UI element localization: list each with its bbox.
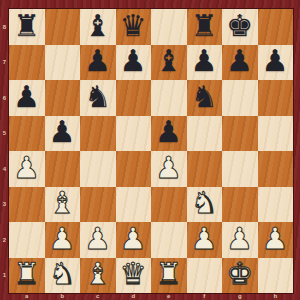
square-e4[interactable]: ♟ <box>151 151 187 187</box>
square-g6[interactable] <box>222 80 258 116</box>
square-d8[interactable]: ♛ <box>116 9 152 45</box>
white-pawn-piece: ♟ <box>262 224 289 254</box>
square-b5[interactable]: ♟ <box>45 116 81 152</box>
black-rook-piece: ♜ <box>13 11 40 41</box>
black-bishop-piece: ♝ <box>155 46 182 76</box>
square-e6[interactable] <box>151 80 187 116</box>
square-b7[interactable] <box>45 45 81 81</box>
square-a8[interactable]: ♜ <box>9 9 45 45</box>
black-pawn-piece: ♟ <box>226 46 253 76</box>
square-a2[interactable] <box>9 222 45 258</box>
square-f3[interactable]: ♞ <box>187 187 223 223</box>
square-d5[interactable] <box>116 116 152 152</box>
square-f2[interactable]: ♟ <box>187 222 223 258</box>
square-g1[interactable]: ♚ <box>222 258 258 294</box>
black-knight-piece: ♞ <box>191 82 218 112</box>
square-c7[interactable]: ♟ <box>80 45 116 81</box>
black-queen-piece: ♛ <box>120 11 147 41</box>
square-a6[interactable]: ♟ <box>9 80 45 116</box>
square-c5[interactable] <box>80 116 116 152</box>
chess-board-frame: ♜♝♛♜♚♟♟♝♟♟♟♟♞♞♟♟♟♟♝♞♟♟♟♟♟♟♜♞♝♛♜♚ 8765432… <box>0 0 300 300</box>
white-queen-piece: ♛ <box>120 259 147 289</box>
square-g7[interactable]: ♟ <box>222 45 258 81</box>
file-label-g: g <box>222 292 258 300</box>
white-knight-piece: ♞ <box>49 259 76 289</box>
square-e7[interactable]: ♝ <box>151 45 187 81</box>
square-a5[interactable] <box>9 116 45 152</box>
white-pawn-piece: ♟ <box>84 224 111 254</box>
square-c2[interactable]: ♟ <box>80 222 116 258</box>
square-e2[interactable] <box>151 222 187 258</box>
square-c6[interactable]: ♞ <box>80 80 116 116</box>
square-d7[interactable]: ♟ <box>116 45 152 81</box>
rank-label-4: 4 <box>0 151 9 187</box>
file-label-c: c <box>80 292 116 300</box>
square-e1[interactable]: ♜ <box>151 258 187 294</box>
square-b6[interactable] <box>45 80 81 116</box>
file-label-e: e <box>151 292 187 300</box>
square-e5[interactable]: ♟ <box>151 116 187 152</box>
square-f6[interactable]: ♞ <box>187 80 223 116</box>
square-f4[interactable] <box>187 151 223 187</box>
square-h2[interactable]: ♟ <box>258 222 294 258</box>
square-h3[interactable] <box>258 187 294 223</box>
square-d6[interactable] <box>116 80 152 116</box>
white-pawn-piece: ♟ <box>120 224 147 254</box>
square-g3[interactable] <box>222 187 258 223</box>
white-knight-piece: ♞ <box>191 188 218 218</box>
white-king-piece: ♚ <box>226 259 253 289</box>
square-f5[interactable] <box>187 116 223 152</box>
square-e8[interactable] <box>151 9 187 45</box>
black-pawn-piece: ♟ <box>262 46 289 76</box>
square-f8[interactable]: ♜ <box>187 9 223 45</box>
square-e3[interactable] <box>151 187 187 223</box>
chess-board: ♜♝♛♜♚♟♟♝♟♟♟♟♞♞♟♟♟♟♝♞♟♟♟♟♟♟♜♞♝♛♜♚ <box>9 9 293 293</box>
rank-label-2: 2 <box>0 222 9 258</box>
square-c8[interactable]: ♝ <box>80 9 116 45</box>
square-h6[interactable] <box>258 80 294 116</box>
square-b8[interactable] <box>45 9 81 45</box>
square-a1[interactable]: ♜ <box>9 258 45 294</box>
black-bishop-piece: ♝ <box>84 11 111 41</box>
white-bishop-piece: ♝ <box>84 259 111 289</box>
black-pawn-piece: ♟ <box>49 117 76 147</box>
file-label-d: d <box>116 292 152 300</box>
rank-label-6: 6 <box>0 80 9 116</box>
rank-label-7: 7 <box>0 45 9 81</box>
square-c3[interactable] <box>80 187 116 223</box>
white-rook-piece: ♜ <box>155 259 182 289</box>
black-rook-piece: ♜ <box>191 11 218 41</box>
square-a7[interactable] <box>9 45 45 81</box>
black-pawn-piece: ♟ <box>155 117 182 147</box>
square-g5[interactable] <box>222 116 258 152</box>
black-pawn-piece: ♟ <box>191 46 218 76</box>
square-h8[interactable] <box>258 9 294 45</box>
square-c4[interactable] <box>80 151 116 187</box>
rank-label-8: 8 <box>0 9 9 45</box>
square-d2[interactable]: ♟ <box>116 222 152 258</box>
square-g8[interactable]: ♚ <box>222 9 258 45</box>
white-pawn-piece: ♟ <box>49 224 76 254</box>
square-h4[interactable] <box>258 151 294 187</box>
rank-label-3: 3 <box>0 187 9 223</box>
rank-label-1: 1 <box>0 258 9 294</box>
square-b3[interactable]: ♝ <box>45 187 81 223</box>
white-pawn-piece: ♟ <box>13 153 40 183</box>
square-c1[interactable]: ♝ <box>80 258 116 294</box>
square-f1[interactable] <box>187 258 223 294</box>
white-bishop-piece: ♝ <box>49 188 76 218</box>
file-label-f: f <box>187 292 223 300</box>
square-d4[interactable] <box>116 151 152 187</box>
square-h1[interactable] <box>258 258 294 294</box>
square-d3[interactable] <box>116 187 152 223</box>
black-pawn-piece: ♟ <box>120 46 147 76</box>
square-a3[interactable] <box>9 187 45 223</box>
square-f7[interactable]: ♟ <box>187 45 223 81</box>
square-g4[interactable] <box>222 151 258 187</box>
square-h5[interactable] <box>258 116 294 152</box>
square-b1[interactable]: ♞ <box>45 258 81 294</box>
black-pawn-piece: ♟ <box>13 82 40 112</box>
file-label-b: b <box>45 292 81 300</box>
white-rook-piece: ♜ <box>13 259 40 289</box>
square-b2[interactable]: ♟ <box>45 222 81 258</box>
file-label-h: h <box>258 292 294 300</box>
square-g2[interactable]: ♟ <box>222 222 258 258</box>
square-b4[interactable] <box>45 151 81 187</box>
rank-label-5: 5 <box>0 116 9 152</box>
black-pawn-piece: ♟ <box>84 46 111 76</box>
square-d1[interactable]: ♛ <box>116 258 152 294</box>
white-pawn-piece: ♟ <box>191 224 218 254</box>
black-king-piece: ♚ <box>226 11 253 41</box>
white-pawn-piece: ♟ <box>155 153 182 183</box>
square-a4[interactable]: ♟ <box>9 151 45 187</box>
white-pawn-piece: ♟ <box>226 224 253 254</box>
file-label-a: a <box>9 292 45 300</box>
black-knight-piece: ♞ <box>84 82 111 112</box>
square-h7[interactable]: ♟ <box>258 45 294 81</box>
